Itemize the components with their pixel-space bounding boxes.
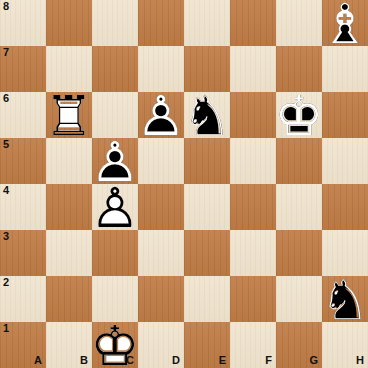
square-f1[interactable]: F xyxy=(230,322,276,368)
square-d2[interactable] xyxy=(138,276,184,322)
file-label-f: F xyxy=(265,355,272,366)
piece-white-pawn[interactable]: ♟♙ xyxy=(92,184,138,230)
white-rook-icon: ♖ xyxy=(46,93,92,139)
square-a5[interactable]: 5 xyxy=(0,138,46,184)
file-label-g: G xyxy=(309,355,318,366)
square-b4[interactable] xyxy=(46,184,92,230)
square-f2[interactable] xyxy=(230,276,276,322)
square-d5[interactable] xyxy=(138,138,184,184)
rank-label-2: 2 xyxy=(3,277,9,288)
black-pawn-icon: ♙ xyxy=(92,139,138,185)
square-c4[interactable]: ♟♙ xyxy=(92,184,138,230)
square-h1[interactable]: H xyxy=(322,322,368,368)
square-e4[interactable] xyxy=(184,184,230,230)
square-f5[interactable] xyxy=(230,138,276,184)
file-label-e: E xyxy=(219,355,226,366)
black-pawn-icon: ♙ xyxy=(138,93,184,139)
black-knight-fill: ♞ xyxy=(322,277,368,323)
square-g3[interactable] xyxy=(276,230,322,276)
black-bishop-icon: ♗ xyxy=(322,1,368,47)
black-knight-icon: ♘ xyxy=(322,277,368,323)
square-e8[interactable] xyxy=(184,0,230,46)
black-knight-fill: ♞ xyxy=(184,93,230,139)
square-c7[interactable] xyxy=(92,46,138,92)
piece-black-knight[interactable]: ♞♘ xyxy=(184,92,230,138)
square-b8[interactable] xyxy=(46,0,92,46)
square-h4[interactable] xyxy=(322,184,368,230)
rank-label-3: 3 xyxy=(3,231,9,242)
piece-black-pawn[interactable]: ♟♙ xyxy=(138,92,184,138)
black-king-fill: ♚ xyxy=(276,93,322,139)
square-f4[interactable] xyxy=(230,184,276,230)
rank-label-4: 4 xyxy=(3,185,9,196)
square-h5[interactable] xyxy=(322,138,368,184)
piece-black-pawn[interactable]: ♟♙ xyxy=(92,138,138,184)
square-b5[interactable] xyxy=(46,138,92,184)
square-a6[interactable]: 6 xyxy=(0,92,46,138)
square-h6[interactable] xyxy=(322,92,368,138)
square-b6[interactable]: ♜♖ xyxy=(46,92,92,138)
square-e2[interactable] xyxy=(184,276,230,322)
square-d8[interactable] xyxy=(138,0,184,46)
square-e1[interactable]: E xyxy=(184,322,230,368)
square-f6[interactable] xyxy=(230,92,276,138)
square-g2[interactable] xyxy=(276,276,322,322)
square-g5[interactable] xyxy=(276,138,322,184)
square-h7[interactable] xyxy=(322,46,368,92)
rank-label-6: 6 xyxy=(3,93,9,104)
square-a2[interactable]: 2 xyxy=(0,276,46,322)
piece-black-knight[interactable]: ♞♘ xyxy=(322,276,368,322)
square-b7[interactable] xyxy=(46,46,92,92)
square-f8[interactable] xyxy=(230,0,276,46)
square-c6[interactable] xyxy=(92,92,138,138)
square-d1[interactable]: D xyxy=(138,322,184,368)
file-label-b: B xyxy=(80,355,88,366)
square-e3[interactable] xyxy=(184,230,230,276)
square-d3[interactable] xyxy=(138,230,184,276)
square-h8[interactable]: ♝♗ xyxy=(322,0,368,46)
square-f7[interactable] xyxy=(230,46,276,92)
square-d6[interactable]: ♟♙ xyxy=(138,92,184,138)
square-g6[interactable]: ♚♔ xyxy=(276,92,322,138)
square-c8[interactable] xyxy=(92,0,138,46)
square-c3[interactable] xyxy=(92,230,138,276)
rank-label-8: 8 xyxy=(3,1,9,12)
black-knight-icon: ♘ xyxy=(184,93,230,139)
square-a8[interactable]: 8 xyxy=(0,0,46,46)
black-bishop-fill: ♝ xyxy=(322,1,368,47)
square-g4[interactable] xyxy=(276,184,322,230)
piece-white-rook[interactable]: ♜♖ xyxy=(46,92,92,138)
square-g8[interactable] xyxy=(276,0,322,46)
square-d7[interactable] xyxy=(138,46,184,92)
black-king-icon: ♔ xyxy=(276,93,322,139)
square-e6[interactable]: ♞♘ xyxy=(184,92,230,138)
square-f3[interactable] xyxy=(230,230,276,276)
piece-black-king[interactable]: ♚♔ xyxy=(276,92,322,138)
file-label-d: D xyxy=(172,355,180,366)
square-a1[interactable]: 1A xyxy=(0,322,46,368)
square-b3[interactable] xyxy=(46,230,92,276)
square-c2[interactable] xyxy=(92,276,138,322)
square-e7[interactable] xyxy=(184,46,230,92)
square-a3[interactable]: 3 xyxy=(0,230,46,276)
square-e5[interactable] xyxy=(184,138,230,184)
square-g1[interactable]: G xyxy=(276,322,322,368)
square-a4[interactable]: 4 xyxy=(0,184,46,230)
file-label-a: A xyxy=(34,355,42,366)
square-c1[interactable]: C♚♔ xyxy=(92,322,138,368)
rank-label-7: 7 xyxy=(3,47,9,58)
rank-label-1: 1 xyxy=(3,323,9,334)
square-d4[interactable] xyxy=(138,184,184,230)
file-label-h: H xyxy=(356,355,364,366)
rank-label-5: 5 xyxy=(3,139,9,150)
square-h3[interactable] xyxy=(322,230,368,276)
square-b1[interactable]: B xyxy=(46,322,92,368)
square-b2[interactable] xyxy=(46,276,92,322)
white-rook-fill: ♜ xyxy=(46,93,92,139)
piece-black-bishop[interactable]: ♝♗ xyxy=(322,0,368,46)
white-pawn-icon: ♙ xyxy=(92,185,138,231)
square-c5[interactable]: ♟♙ xyxy=(92,138,138,184)
chess-board: 8♝♗76♜♖♟♙♞♘♚♔5♟♙4♟♙32♞♘1ABC♚♔DEFGH xyxy=(0,0,368,368)
square-a7[interactable]: 7 xyxy=(0,46,46,92)
square-g7[interactable] xyxy=(276,46,322,92)
black-pawn-fill: ♟ xyxy=(92,139,138,185)
file-label-c: C xyxy=(126,355,134,366)
black-pawn-fill: ♟ xyxy=(138,93,184,139)
white-pawn-fill: ♟ xyxy=(92,185,138,231)
square-h2[interactable]: ♞♘ xyxy=(322,276,368,322)
